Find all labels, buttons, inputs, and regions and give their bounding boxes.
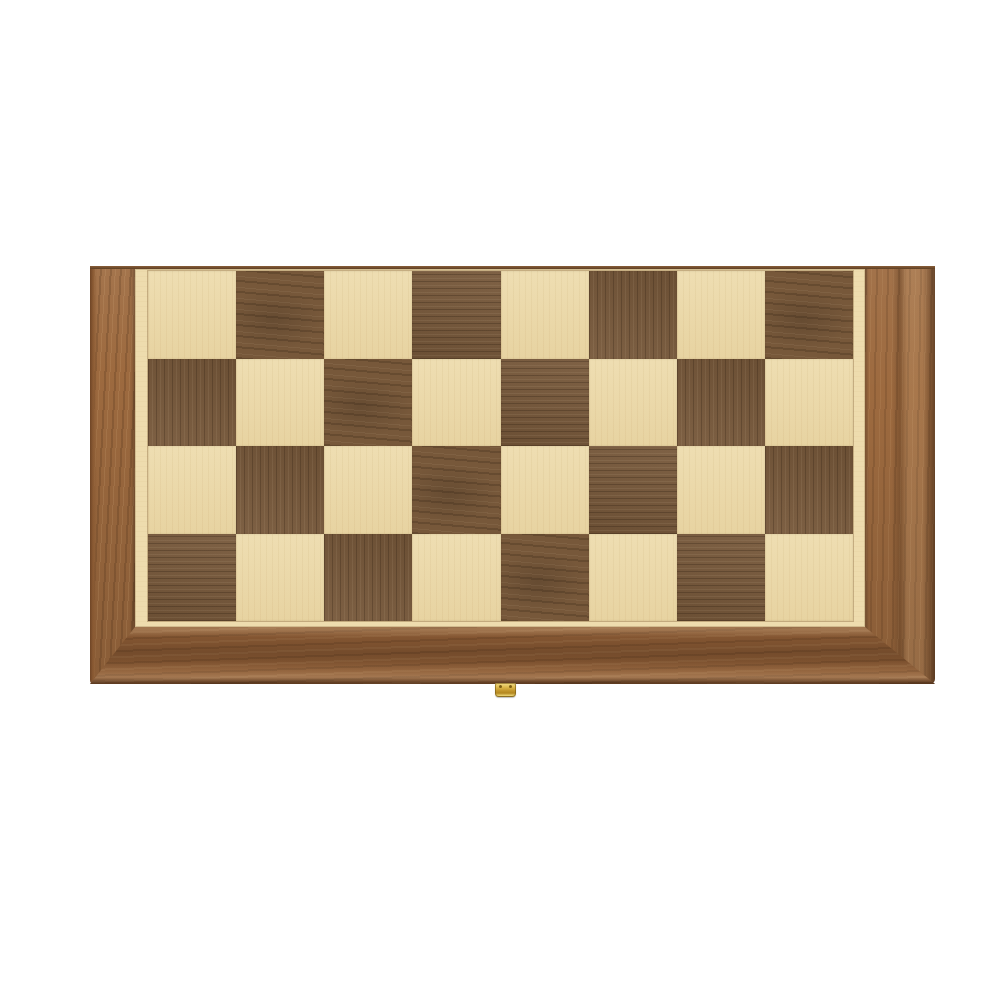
brass-clasp: [495, 683, 516, 697]
board-square-r4c1: [148, 534, 236, 622]
board-square-r3c2: [236, 446, 324, 534]
board-square-r1c7: [677, 271, 765, 359]
board-square-r4c6: [589, 534, 677, 622]
board-square-r4c4: [412, 534, 500, 622]
board-square-r1c8: [765, 271, 853, 359]
board-square-r4c2: [236, 534, 324, 622]
board-square-r3c6: [589, 446, 677, 534]
board-square-r3c8: [765, 446, 853, 534]
board-square-r3c7: [677, 446, 765, 534]
board-square-r4c3: [324, 534, 412, 622]
board-frame-left: [90, 266, 135, 684]
clasp-screw-icon: [509, 685, 512, 688]
board-square-r4c8: [765, 534, 853, 622]
board-square-r2c3: [324, 359, 412, 447]
board-square-r2c4: [412, 359, 500, 447]
board-square-r2c8: [765, 359, 853, 447]
board-maple-inlay: [135, 269, 865, 627]
folded-chess-box: [90, 266, 935, 684]
board-square-r1c5: [501, 271, 589, 359]
board-frame-bottom: [90, 627, 935, 684]
board-square-r4c5: [501, 534, 589, 622]
board-square-r3c3: [324, 446, 412, 534]
board-square-r3c4: [412, 446, 500, 534]
clasp-screw-icon: [499, 685, 502, 688]
board-square-r1c2: [236, 271, 324, 359]
board-square-r1c1: [148, 271, 236, 359]
board-square-r4c7: [677, 534, 765, 622]
board-square-r2c2: [236, 359, 324, 447]
board-square-r1c4: [412, 271, 500, 359]
checkerboard-grid: [148, 271, 853, 621]
product-photo: [0, 0, 1000, 1000]
board-frame-right: [865, 266, 935, 684]
board-square-r3c1: [148, 446, 236, 534]
board-square-r2c7: [677, 359, 765, 447]
board-square-r1c3: [324, 271, 412, 359]
board-square-r2c6: [589, 359, 677, 447]
board-square-r2c5: [501, 359, 589, 447]
board-square-r2c1: [148, 359, 236, 447]
board-square-r3c5: [501, 446, 589, 534]
board-square-r1c6: [589, 271, 677, 359]
